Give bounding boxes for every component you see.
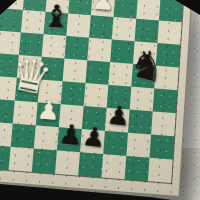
square-e1	[78, 152, 103, 177]
piece-black-bishop-c7: ♝	[41, 0, 71, 32]
square-a7	[0, 8, 23, 32]
square-b1	[9, 147, 34, 172]
photo-scene: ♟♝♞♛♟♟♟♟	[0, 0, 200, 200]
square-g1	[125, 156, 150, 181]
square-f1	[101, 154, 126, 179]
square-f3: ♟	[105, 108, 130, 133]
square-e6	[87, 38, 112, 62]
piece-black-pawn-f3: ♟	[105, 101, 131, 130]
square-d5	[63, 58, 88, 83]
piece-white-pawn-c3: ♟	[36, 96, 61, 124]
square-e5	[85, 60, 110, 85]
board-grid: ♟♝♞♛♟♟♟♟	[0, 0, 183, 183]
square-e7	[89, 15, 113, 39]
piece-black-pawn-e2: ♟	[80, 122, 107, 151]
square-e2: ♟	[80, 129, 105, 154]
square-h1	[148, 158, 173, 183]
square-h8	[159, 0, 183, 22]
square-h4	[153, 88, 178, 113]
square-g4	[130, 87, 155, 112]
square-g5: ♞	[131, 64, 156, 89]
square-f2	[103, 131, 128, 156]
square-b2	[11, 124, 36, 149]
square-b3	[13, 101, 38, 126]
square-e8: ♟	[91, 0, 115, 17]
square-f8	[114, 0, 138, 19]
square-d2: ♟	[57, 127, 82, 152]
square-e4	[84, 83, 109, 108]
square-g2	[126, 133, 151, 158]
square-d1	[55, 150, 80, 175]
square-b4: ♛	[15, 78, 40, 103]
piece-black-pawn-d2: ♟	[56, 120, 83, 150]
square-d4	[61, 81, 86, 106]
square-d6	[64, 36, 89, 60]
square-g8	[136, 0, 160, 21]
square-c2	[34, 125, 59, 150]
square-c7: ♝	[44, 12, 69, 36]
square-h7	[157, 21, 181, 45]
square-g3	[128, 110, 153, 135]
square-f7	[112, 17, 136, 41]
square-c3: ♟	[36, 102, 61, 127]
square-c1	[32, 149, 57, 174]
square-h3	[151, 111, 176, 136]
piece-white-pawn-e8: ♟	[91, 0, 116, 14]
square-h2	[149, 134, 174, 159]
chessboard: ♟♝♞♛♟♟♟♟	[0, 0, 193, 197]
